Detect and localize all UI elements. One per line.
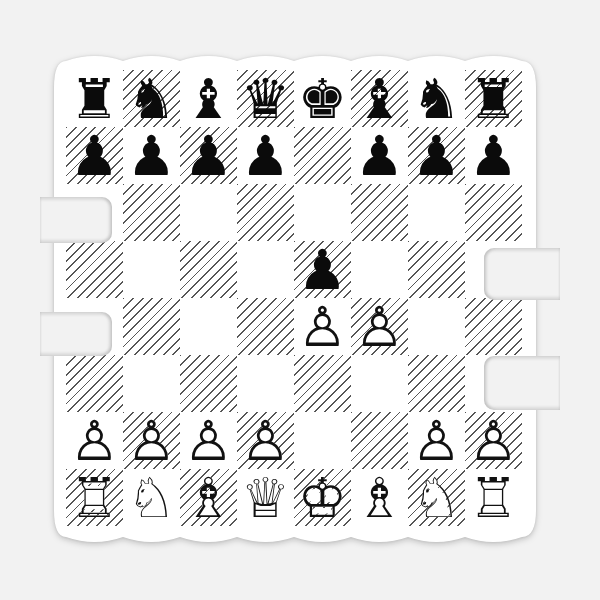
square-g5[interactable]: [408, 241, 465, 298]
piece-black-king: ♚: [294, 71, 351, 127]
sticker-notch-a6: [40, 197, 112, 243]
piece-black-bishop: ♝: [351, 71, 408, 127]
piece-white-rook: ♖: [465, 470, 522, 526]
sticker-scene: ♜♞♝♛♚♝♞♜♟♟♟♟♟♟♟♟♟♙♟♙♟♙♟♙♟♙♟♙♟♙♟♙♜♖♞♘♝♗♛♕…: [0, 0, 600, 600]
piece-black-queen: ♛: [237, 71, 294, 127]
square-a2[interactable]: ♟♙: [66, 412, 123, 469]
square-c1[interactable]: ♝♗: [180, 469, 237, 526]
piece-black-pawn: ♟: [465, 128, 522, 184]
square-c5[interactable]: [180, 241, 237, 298]
square-f3[interactable]: [351, 355, 408, 412]
square-g6[interactable]: [408, 184, 465, 241]
square-c6[interactable]: [180, 184, 237, 241]
square-b2[interactable]: ♟♙: [123, 412, 180, 469]
square-h4[interactable]: [465, 298, 522, 355]
square-e1[interactable]: ♚♔: [294, 469, 351, 526]
piece-black-pawn: ♟: [237, 128, 294, 184]
piece-white-queen: ♕: [237, 470, 294, 526]
square-f5[interactable]: [351, 241, 408, 298]
piece-white-knight: ♘: [123, 470, 180, 526]
piece-white-pawn: ♙: [66, 413, 123, 469]
square-a8[interactable]: ♜: [66, 70, 123, 127]
piece-black-knight: ♞: [123, 71, 180, 127]
square-b6[interactable]: [123, 184, 180, 241]
square-g8[interactable]: ♞: [408, 70, 465, 127]
square-f8[interactable]: ♝: [351, 70, 408, 127]
square-g2[interactable]: ♟♙: [408, 412, 465, 469]
piece-black-rook: ♜: [66, 71, 123, 127]
piece-black-pawn: ♟: [408, 128, 465, 184]
piece-white-rook: ♖: [66, 470, 123, 526]
square-c2[interactable]: ♟♙: [180, 412, 237, 469]
square-h7[interactable]: ♟: [465, 127, 522, 184]
square-h2[interactable]: ♟♙: [465, 412, 522, 469]
square-h6[interactable]: [465, 184, 522, 241]
square-d8[interactable]: ♛: [237, 70, 294, 127]
piece-black-bishop: ♝: [180, 71, 237, 127]
piece-black-pawn: ♟: [66, 128, 123, 184]
piece-white-pawn: ♙: [294, 299, 351, 355]
piece-white-knight: ♘: [408, 470, 465, 526]
piece-black-pawn: ♟: [351, 128, 408, 184]
piece-white-pawn: ♙: [123, 413, 180, 469]
square-h8[interactable]: ♜: [465, 70, 522, 127]
piece-white-pawn: ♙: [465, 413, 522, 469]
square-e6[interactable]: [294, 184, 351, 241]
square-d3[interactable]: [237, 355, 294, 412]
square-e3[interactable]: [294, 355, 351, 412]
square-g3[interactable]: [408, 355, 465, 412]
square-e7[interactable]: [294, 127, 351, 184]
sticker-notch-a4: [40, 312, 112, 356]
square-e4[interactable]: ♟♙: [294, 298, 351, 355]
square-g7[interactable]: ♟: [408, 127, 465, 184]
sticker-notch-h5: [484, 248, 560, 300]
square-a7[interactable]: ♟: [66, 127, 123, 184]
square-a5[interactable]: [66, 241, 123, 298]
chess-board: ♜♞♝♛♚♝♞♜♟♟♟♟♟♟♟♟♟♙♟♙♟♙♟♙♟♙♟♙♟♙♟♙♜♖♞♘♝♗♛♕…: [66, 70, 522, 526]
square-g4[interactable]: [408, 298, 465, 355]
square-a1[interactable]: ♜♖: [66, 469, 123, 526]
piece-black-rook: ♜: [465, 71, 522, 127]
piece-black-pawn: ♟: [294, 242, 351, 298]
square-d4[interactable]: [237, 298, 294, 355]
piece-black-pawn: ♟: [123, 128, 180, 184]
square-c7[interactable]: ♟: [180, 127, 237, 184]
square-f2[interactable]: [351, 412, 408, 469]
square-d7[interactable]: ♟: [237, 127, 294, 184]
square-c3[interactable]: [180, 355, 237, 412]
square-c8[interactable]: ♝: [180, 70, 237, 127]
piece-white-pawn: ♙: [180, 413, 237, 469]
piece-white-pawn: ♙: [237, 413, 294, 469]
square-f4[interactable]: ♟♙: [351, 298, 408, 355]
square-d2[interactable]: ♟♙: [237, 412, 294, 469]
square-b8[interactable]: ♞: [123, 70, 180, 127]
square-a3[interactable]: [66, 355, 123, 412]
square-f7[interactable]: ♟: [351, 127, 408, 184]
square-d1[interactable]: ♛♕: [237, 469, 294, 526]
square-h1[interactable]: ♜♖: [465, 469, 522, 526]
square-e8[interactable]: ♚: [294, 70, 351, 127]
piece-white-pawn: ♙: [408, 413, 465, 469]
square-c4[interactable]: [180, 298, 237, 355]
sticker-notch-h3: [484, 356, 560, 410]
square-f6[interactable]: [351, 184, 408, 241]
piece-white-bishop: ♗: [180, 470, 237, 526]
square-e5[interactable]: ♟: [294, 241, 351, 298]
square-g1[interactable]: ♞♘: [408, 469, 465, 526]
square-b1[interactable]: ♞♘: [123, 469, 180, 526]
piece-white-pawn: ♙: [351, 299, 408, 355]
square-b4[interactable]: [123, 298, 180, 355]
square-d5[interactable]: [237, 241, 294, 298]
piece-white-bishop: ♗: [351, 470, 408, 526]
square-e2[interactable]: [294, 412, 351, 469]
piece-black-knight: ♞: [408, 71, 465, 127]
piece-white-king: ♔: [294, 470, 351, 526]
piece-black-pawn: ♟: [180, 128, 237, 184]
square-b3[interactable]: [123, 355, 180, 412]
square-b7[interactable]: ♟: [123, 127, 180, 184]
square-b5[interactable]: [123, 241, 180, 298]
square-d6[interactable]: [237, 184, 294, 241]
square-f1[interactable]: ♝♗: [351, 469, 408, 526]
